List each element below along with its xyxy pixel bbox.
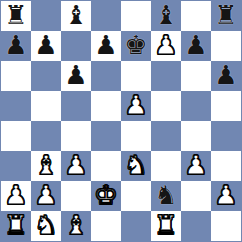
square-c3[interactable]: ♟	[61, 151, 91, 181]
square-d3[interactable]	[91, 151, 121, 181]
square-b1[interactable]: ♞	[31, 211, 61, 241]
black-rook-a8[interactable]: ♜	[4, 2, 27, 28]
square-c6[interactable]: ♟	[61, 61, 91, 91]
square-a3[interactable]	[1, 151, 31, 181]
square-a2[interactable]: ♟	[1, 181, 31, 211]
square-g4[interactable]	[181, 121, 211, 151]
black-pawn-b7[interactable]: ♟	[34, 32, 57, 58]
square-c2[interactable]	[61, 181, 91, 211]
square-f5[interactable]	[151, 91, 181, 121]
square-b6[interactable]	[31, 61, 61, 91]
square-b7[interactable]: ♟	[31, 31, 61, 61]
square-a8[interactable]: ♜	[1, 1, 31, 31]
white-king-d2[interactable]: ♚	[94, 182, 117, 208]
white-pawn-c3[interactable]: ♟	[64, 152, 87, 178]
square-e7[interactable]: ♚	[121, 31, 151, 61]
square-e6[interactable]	[121, 61, 151, 91]
square-e1[interactable]	[121, 211, 151, 241]
square-g5[interactable]	[181, 91, 211, 121]
white-knight-b1[interactable]: ♞	[34, 212, 57, 238]
black-pawn-d7[interactable]: ♟	[94, 32, 117, 58]
square-h6[interactable]: ♟	[211, 61, 241, 91]
black-bishop-f8[interactable]: ♝	[154, 2, 177, 28]
white-pawn-f7[interactable]: ♟	[154, 32, 177, 58]
square-e2[interactable]	[121, 181, 151, 211]
white-pawn-e5[interactable]: ♟	[124, 92, 147, 118]
square-a4[interactable]	[1, 121, 31, 151]
square-h1[interactable]	[211, 211, 241, 241]
square-h8[interactable]: ♜	[211, 1, 241, 31]
square-f8[interactable]: ♝	[151, 1, 181, 31]
white-rook-a1[interactable]: ♜	[4, 212, 27, 238]
white-pawn-a2[interactable]: ♟	[4, 182, 27, 208]
black-pawn-a7[interactable]: ♟	[4, 32, 27, 58]
square-f1[interactable]: ♜	[151, 211, 181, 241]
black-pawn-c6[interactable]: ♟	[64, 62, 87, 88]
square-g8[interactable]	[181, 1, 211, 31]
black-rook-h8[interactable]: ♜	[214, 2, 237, 28]
square-c1[interactable]: ♝	[61, 211, 91, 241]
white-pawn-g3[interactable]: ♟	[184, 152, 207, 178]
square-d4[interactable]	[91, 121, 121, 151]
square-b5[interactable]	[31, 91, 61, 121]
black-pawn-h6[interactable]: ♟	[214, 62, 237, 88]
square-e8[interactable]	[121, 1, 151, 31]
square-g3[interactable]: ♟	[181, 151, 211, 181]
square-e4[interactable]	[121, 121, 151, 151]
square-d7[interactable]: ♟	[91, 31, 121, 61]
black-knight-f2[interactable]: ♞	[154, 182, 177, 208]
white-bishop-b3[interactable]: ♝	[34, 152, 57, 178]
black-pawn-g7[interactable]: ♟	[184, 32, 207, 58]
square-d2[interactable]: ♚	[91, 181, 121, 211]
white-pawn-b2[interactable]: ♟	[34, 182, 57, 208]
square-b4[interactable]	[31, 121, 61, 151]
square-g2[interactable]	[181, 181, 211, 211]
square-f4[interactable]	[151, 121, 181, 151]
square-d5[interactable]	[91, 91, 121, 121]
square-c7[interactable]	[61, 31, 91, 61]
square-h7[interactable]	[211, 31, 241, 61]
black-bishop-c8[interactable]: ♝	[64, 2, 87, 28]
square-f3[interactable]	[151, 151, 181, 181]
square-e5[interactable]: ♟	[121, 91, 151, 121]
square-h5[interactable]	[211, 91, 241, 121]
white-bishop-c1[interactable]: ♝	[64, 212, 87, 238]
white-knight-e3[interactable]: ♞	[124, 152, 147, 178]
square-e3[interactable]: ♞	[121, 151, 151, 181]
square-a6[interactable]	[1, 61, 31, 91]
square-g7[interactable]: ♟	[181, 31, 211, 61]
white-pawn-h2[interactable]: ♟	[214, 182, 237, 208]
black-king-e7[interactable]: ♚	[124, 32, 147, 58]
square-d6[interactable]	[91, 61, 121, 91]
square-c5[interactable]	[61, 91, 91, 121]
square-h3[interactable]	[211, 151, 241, 181]
square-a5[interactable]	[1, 91, 31, 121]
square-a7[interactable]: ♟	[1, 31, 31, 61]
square-c4[interactable]	[61, 121, 91, 151]
square-d8[interactable]	[91, 1, 121, 31]
white-rook-f1[interactable]: ♜	[154, 212, 177, 238]
square-f2[interactable]: ♞	[151, 181, 181, 211]
square-g1[interactable]	[181, 211, 211, 241]
square-g6[interactable]	[181, 61, 211, 91]
square-d1[interactable]	[91, 211, 121, 241]
chess-board: ♜♝♝♜♟♟♟♚♟♟♟♟♟♝♟♞♟♟♟♚♞♟♜♞♝♜	[0, 0, 242, 242]
square-a1[interactable]: ♜	[1, 211, 31, 241]
square-b3[interactable]: ♝	[31, 151, 61, 181]
square-f7[interactable]: ♟	[151, 31, 181, 61]
square-h2[interactable]: ♟	[211, 181, 241, 211]
square-c8[interactable]: ♝	[61, 1, 91, 31]
square-b8[interactable]	[31, 1, 61, 31]
square-f6[interactable]	[151, 61, 181, 91]
square-b2[interactable]: ♟	[31, 181, 61, 211]
square-h4[interactable]	[211, 121, 241, 151]
